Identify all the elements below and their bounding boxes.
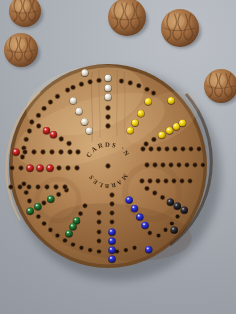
- board-hole[interactable]: [24, 190, 29, 195]
- board-hole[interactable]: [110, 202, 115, 207]
- board-hole[interactable]: [20, 155, 25, 160]
- board-hole[interactable]: [79, 245, 84, 250]
- board-hole[interactable]: [50, 150, 55, 155]
- board-hole[interactable]: [42, 106, 47, 111]
- board-hole[interactable]: [177, 163, 182, 168]
- board-hole[interactable]: [32, 150, 37, 155]
- board-hole[interactable]: [18, 185, 23, 190]
- board-hole[interactable]: [75, 166, 80, 171]
- board-hole[interactable]: [24, 137, 29, 142]
- board-hole[interactable]: [193, 163, 198, 168]
- board-hole[interactable]: [140, 179, 145, 184]
- board-hole[interactable]: [65, 88, 70, 93]
- board-hole[interactable]: [201, 163, 206, 168]
- board-hole[interactable]: [173, 147, 178, 152]
- board-hole[interactable]: [145, 163, 150, 168]
- board-hole[interactable]: [106, 124, 111, 129]
- board-hole[interactable]: [78, 211, 83, 216]
- board-hole[interactable]: [48, 100, 53, 105]
- board-hole[interactable]: [153, 163, 158, 168]
- board-hole[interactable]: [54, 185, 59, 190]
- board-hole[interactable]: [63, 238, 68, 243]
- board-hole[interactable]: [19, 166, 24, 171]
- board-hole[interactable]: [160, 195, 165, 200]
- board-hole[interactable]: [59, 150, 64, 155]
- board-hole[interactable]: [132, 245, 137, 250]
- board-hole[interactable]: [56, 192, 61, 197]
- board-hole[interactable]: [106, 106, 111, 111]
- board-hole[interactable]: [157, 147, 162, 152]
- board-hole[interactable]: [27, 185, 32, 190]
- board-hole[interactable]: [119, 79, 124, 84]
- board-hole[interactable]: [97, 220, 102, 225]
- board-hole[interactable]: [106, 115, 111, 120]
- board-hole[interactable]: [110, 211, 115, 216]
- board-hole[interactable]: [152, 191, 157, 196]
- board-hole[interactable]: [79, 82, 84, 87]
- board-hole[interactable]: [151, 137, 156, 142]
- board-hole[interactable]: [88, 79, 93, 84]
- walnut: [4, 33, 40, 69]
- game-board: CARDS 'N MARBLES: [6, 53, 211, 268]
- board-hole[interactable]: [63, 185, 68, 190]
- board-hole[interactable]: [36, 214, 41, 219]
- board-hole[interactable]: [148, 179, 153, 184]
- board-hole[interactable]: [27, 129, 32, 134]
- board-hole[interactable]: [164, 179, 169, 184]
- board-hole[interactable]: [188, 179, 193, 184]
- board-hole[interactable]: [110, 193, 115, 198]
- board-hole[interactable]: [88, 248, 93, 253]
- board-hole[interactable]: [144, 142, 149, 147]
- board-hole[interactable]: [151, 91, 156, 96]
- board-hole[interactable]: [48, 228, 53, 233]
- board-hole[interactable]: [197, 147, 202, 152]
- board-hole[interactable]: [41, 150, 46, 155]
- board-hole[interactable]: [149, 147, 154, 152]
- board-hole[interactable]: [97, 249, 102, 254]
- board-hole[interactable]: [83, 203, 88, 208]
- board-hole[interactable]: [42, 201, 47, 206]
- walnut: [161, 9, 201, 49]
- board-hole[interactable]: [71, 85, 76, 90]
- board-hole[interactable]: [165, 147, 170, 152]
- board-hole[interactable]: [76, 150, 81, 155]
- walnut: [9, 0, 43, 29]
- board-hole[interactable]: [9, 185, 14, 190]
- board-hole[interactable]: [189, 147, 194, 152]
- board-hole[interactable]: [57, 166, 62, 171]
- board-hole[interactable]: [175, 214, 180, 219]
- board-hole[interactable]: [156, 179, 161, 184]
- board-hole[interactable]: [185, 163, 190, 168]
- board-hole[interactable]: [169, 163, 174, 168]
- board-hole[interactable]: [145, 186, 150, 191]
- board-hole[interactable]: [42, 221, 47, 226]
- walnut: [204, 69, 236, 105]
- board-hole[interactable]: [141, 147, 146, 152]
- board-hole[interactable]: [156, 233, 161, 238]
- board-hole[interactable]: [10, 166, 15, 171]
- board-hole[interactable]: [163, 228, 168, 233]
- board-hole[interactable]: [45, 185, 50, 190]
- board-hole[interactable]: [36, 124, 41, 129]
- board-hole[interactable]: [23, 150, 28, 155]
- board-hole[interactable]: [97, 239, 102, 244]
- board-hole[interactable]: [66, 166, 71, 171]
- board-hole[interactable]: [128, 81, 133, 86]
- board-hole[interactable]: [145, 87, 150, 92]
- board-hole[interactable]: [97, 211, 102, 216]
- board-hole[interactable]: [110, 220, 115, 225]
- board-hole[interactable]: [180, 179, 185, 184]
- board-hole[interactable]: [29, 120, 34, 125]
- board-hole[interactable]: [136, 83, 141, 88]
- photo-scene: CARDS 'N MARBLES: [0, 0, 236, 314]
- board-hole[interactable]: [55, 233, 60, 238]
- board-photo: CARDS 'N MARBLES: [0, 0, 236, 314]
- board-hole[interactable]: [36, 185, 41, 190]
- board-hole[interactable]: [59, 137, 64, 142]
- board-hole[interactable]: [161, 163, 166, 168]
- board-hole[interactable]: [106, 164, 111, 169]
- board-hole[interactable]: [181, 147, 186, 152]
- board-hole[interactable]: [27, 199, 32, 204]
- board-hole[interactable]: [97, 78, 102, 83]
- board-hole[interactable]: [71, 242, 76, 247]
- board-hole[interactable]: [67, 141, 72, 146]
- board-hole[interactable]: [36, 113, 41, 118]
- board-hole[interactable]: [97, 230, 102, 235]
- walnut: [108, 0, 148, 38]
- board-hole[interactable]: [123, 248, 128, 253]
- board-hole[interactable]: [68, 150, 73, 155]
- board-hole[interactable]: [170, 221, 175, 226]
- board-hole[interactable]: [55, 94, 60, 99]
- board-hole[interactable]: [147, 231, 152, 236]
- board-hole[interactable]: [172, 179, 177, 184]
